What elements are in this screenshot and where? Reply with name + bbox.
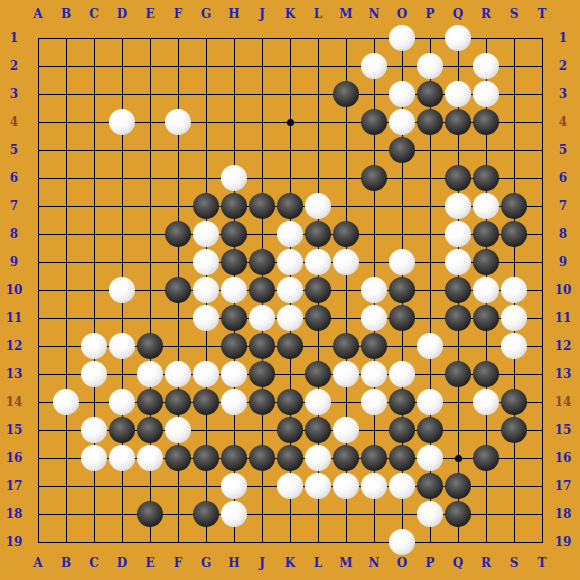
white-stone-l17[interactable] xyxy=(305,473,331,499)
intersection-p5[interactable] xyxy=(416,136,444,164)
intersection-b18[interactable] xyxy=(52,500,80,528)
intersection-j3[interactable] xyxy=(248,80,276,108)
intersection-g19[interactable] xyxy=(192,528,220,556)
white-stone-h14[interactable] xyxy=(221,389,247,415)
white-stone-n11[interactable] xyxy=(361,305,387,331)
intersection-j5[interactable] xyxy=(248,136,276,164)
intersection-h1[interactable] xyxy=(220,24,248,52)
white-stone-o1[interactable] xyxy=(389,25,415,51)
intersection-f7[interactable] xyxy=(164,192,192,220)
black-stone-n6[interactable] xyxy=(361,165,387,191)
black-stone-n12[interactable] xyxy=(361,333,387,359)
intersection-f18[interactable] xyxy=(164,500,192,528)
intersection-n9[interactable] xyxy=(360,248,388,276)
black-stone-q13[interactable] xyxy=(445,361,471,387)
black-stone-o15[interactable] xyxy=(389,417,415,443)
intersection-p19[interactable] xyxy=(416,528,444,556)
intersection-m7[interactable] xyxy=(332,192,360,220)
intersection-r18[interactable] xyxy=(472,500,500,528)
intersection-d11[interactable] xyxy=(108,304,136,332)
white-stone-e16[interactable] xyxy=(137,445,163,471)
white-stone-q1[interactable] xyxy=(445,25,471,51)
intersection-f2[interactable] xyxy=(164,52,192,80)
intersection-g12[interactable] xyxy=(192,332,220,360)
intersection-a19[interactable] xyxy=(24,528,52,556)
intersection-c11[interactable] xyxy=(80,304,108,332)
white-stone-l14[interactable] xyxy=(305,389,331,415)
black-stone-s15[interactable] xyxy=(501,417,527,443)
intersection-d13[interactable] xyxy=(108,360,136,388)
black-stone-e18[interactable] xyxy=(137,501,163,527)
intersection-b1[interactable] xyxy=(52,24,80,52)
white-stone-k8[interactable] xyxy=(277,221,303,247)
white-stone-e13[interactable] xyxy=(137,361,163,387)
intersection-k3[interactable] xyxy=(276,80,304,108)
intersection-c19[interactable] xyxy=(80,528,108,556)
black-stone-q6[interactable] xyxy=(445,165,471,191)
intersection-c10[interactable] xyxy=(80,276,108,304)
intersection-f9[interactable] xyxy=(164,248,192,276)
intersection-q14[interactable] xyxy=(444,388,472,416)
white-stone-d4[interactable] xyxy=(109,109,135,135)
intersection-l6[interactable] xyxy=(304,164,332,192)
intersection-q12[interactable] xyxy=(444,332,472,360)
intersection-a5[interactable] xyxy=(24,136,52,164)
intersection-c3[interactable] xyxy=(80,80,108,108)
intersection-e9[interactable] xyxy=(136,248,164,276)
intersection-p11[interactable] xyxy=(416,304,444,332)
intersection-s17[interactable] xyxy=(500,472,528,500)
black-stone-j12[interactable] xyxy=(249,333,275,359)
intersection-a7[interactable] xyxy=(24,192,52,220)
white-stone-s10[interactable] xyxy=(501,277,527,303)
intersection-n7[interactable] xyxy=(360,192,388,220)
black-stone-p4[interactable] xyxy=(417,109,443,135)
black-stone-m12[interactable] xyxy=(333,333,359,359)
intersection-j6[interactable] xyxy=(248,164,276,192)
black-stone-f14[interactable] xyxy=(165,389,191,415)
intersection-q19[interactable] xyxy=(444,528,472,556)
intersection-r19[interactable] xyxy=(472,528,500,556)
intersection-s16[interactable] xyxy=(500,444,528,472)
white-stone-d14[interactable] xyxy=(109,389,135,415)
intersection-f12[interactable] xyxy=(164,332,192,360)
intersection-a9[interactable] xyxy=(24,248,52,276)
intersection-k6[interactable] xyxy=(276,164,304,192)
white-stone-f13[interactable] xyxy=(165,361,191,387)
intersection-c9[interactable] xyxy=(80,248,108,276)
black-stone-l10[interactable] xyxy=(305,277,331,303)
intersection-j4[interactable] xyxy=(248,108,276,136)
intersection-d2[interactable] xyxy=(108,52,136,80)
white-stone-m9[interactable] xyxy=(333,249,359,275)
intersection-n15[interactable] xyxy=(360,416,388,444)
white-stone-o19[interactable] xyxy=(389,529,415,555)
intersection-b13[interactable] xyxy=(52,360,80,388)
intersection-g15[interactable] xyxy=(192,416,220,444)
intersection-o6[interactable] xyxy=(388,164,416,192)
white-stone-p12[interactable] xyxy=(417,333,443,359)
black-stone-d15[interactable] xyxy=(109,417,135,443)
white-stone-g9[interactable] xyxy=(193,249,219,275)
intersection-b9[interactable] xyxy=(52,248,80,276)
intersection-b16[interactable] xyxy=(52,444,80,472)
intersection-m1[interactable] xyxy=(332,24,360,52)
white-stone-s11[interactable] xyxy=(501,305,527,331)
white-stone-k10[interactable] xyxy=(277,277,303,303)
white-stone-r14[interactable] xyxy=(473,389,499,415)
white-stone-l9[interactable] xyxy=(305,249,331,275)
white-stone-m17[interactable] xyxy=(333,473,359,499)
black-stone-o5[interactable] xyxy=(389,137,415,163)
black-stone-l8[interactable] xyxy=(305,221,331,247)
intersection-d17[interactable] xyxy=(108,472,136,500)
intersection-d5[interactable] xyxy=(108,136,136,164)
intersection-t2[interactable] xyxy=(528,52,556,80)
intersection-s6[interactable] xyxy=(500,164,528,192)
intersection-p1[interactable] xyxy=(416,24,444,52)
black-stone-o11[interactable] xyxy=(389,305,415,331)
black-stone-h7[interactable] xyxy=(221,193,247,219)
intersection-a11[interactable] xyxy=(24,304,52,332)
black-stone-s8[interactable] xyxy=(501,221,527,247)
intersection-t15[interactable] xyxy=(528,416,556,444)
black-stone-o14[interactable] xyxy=(389,389,415,415)
intersection-j19[interactable] xyxy=(248,528,276,556)
black-stone-r9[interactable] xyxy=(473,249,499,275)
intersection-a10[interactable] xyxy=(24,276,52,304)
intersection-k4[interactable] xyxy=(276,108,304,136)
black-stone-h16[interactable] xyxy=(221,445,247,471)
intersection-c1[interactable] xyxy=(80,24,108,52)
white-stone-f4[interactable] xyxy=(165,109,191,135)
black-stone-j7[interactable] xyxy=(249,193,275,219)
white-stone-k11[interactable] xyxy=(277,305,303,331)
intersection-r15[interactable] xyxy=(472,416,500,444)
intersection-b8[interactable] xyxy=(52,220,80,248)
intersection-m11[interactable] xyxy=(332,304,360,332)
black-stone-p3[interactable] xyxy=(417,81,443,107)
intersection-l3[interactable] xyxy=(304,80,332,108)
intersection-o8[interactable] xyxy=(388,220,416,248)
intersection-d1[interactable] xyxy=(108,24,136,52)
intersection-t9[interactable] xyxy=(528,248,556,276)
intersection-b2[interactable] xyxy=(52,52,80,80)
intersection-j8[interactable] xyxy=(248,220,276,248)
intersection-h2[interactable] xyxy=(220,52,248,80)
intersection-m6[interactable] xyxy=(332,164,360,192)
intersection-f6[interactable] xyxy=(164,164,192,192)
intersection-b17[interactable] xyxy=(52,472,80,500)
intersection-r12[interactable] xyxy=(472,332,500,360)
black-stone-q18[interactable] xyxy=(445,501,471,527)
white-stone-p14[interactable] xyxy=(417,389,443,415)
intersection-t6[interactable] xyxy=(528,164,556,192)
intersection-t19[interactable] xyxy=(528,528,556,556)
intersection-o18[interactable] xyxy=(388,500,416,528)
intersection-t13[interactable] xyxy=(528,360,556,388)
white-stone-d12[interactable] xyxy=(109,333,135,359)
intersection-d18[interactable] xyxy=(108,500,136,528)
white-stone-q9[interactable] xyxy=(445,249,471,275)
intersection-c2[interactable] xyxy=(80,52,108,80)
intersection-l1[interactable] xyxy=(304,24,332,52)
intersection-q16[interactable] xyxy=(444,444,472,472)
intersection-p13[interactable] xyxy=(416,360,444,388)
intersection-t11[interactable] xyxy=(528,304,556,332)
intersection-b3[interactable] xyxy=(52,80,80,108)
black-stone-q10[interactable] xyxy=(445,277,471,303)
white-stone-o3[interactable] xyxy=(389,81,415,107)
black-stone-e15[interactable] xyxy=(137,417,163,443)
intersection-g5[interactable] xyxy=(192,136,220,164)
intersection-r5[interactable] xyxy=(472,136,500,164)
intersection-e2[interactable] xyxy=(136,52,164,80)
black-stone-r16[interactable] xyxy=(473,445,499,471)
intersection-e5[interactable] xyxy=(136,136,164,164)
black-stone-h12[interactable] xyxy=(221,333,247,359)
black-stone-n4[interactable] xyxy=(361,109,387,135)
black-stone-r4[interactable] xyxy=(473,109,499,135)
intersection-d6[interactable] xyxy=(108,164,136,192)
white-stone-d10[interactable] xyxy=(109,277,135,303)
intersection-t3[interactable] xyxy=(528,80,556,108)
white-stone-s12[interactable] xyxy=(501,333,527,359)
intersection-f11[interactable] xyxy=(164,304,192,332)
black-stone-h9[interactable] xyxy=(221,249,247,275)
white-stone-n17[interactable] xyxy=(361,473,387,499)
intersection-m5[interactable] xyxy=(332,136,360,164)
intersection-b5[interactable] xyxy=(52,136,80,164)
white-stone-h18[interactable] xyxy=(221,501,247,527)
intersection-s9[interactable] xyxy=(500,248,528,276)
white-stone-b14[interactable] xyxy=(53,389,79,415)
white-stone-g10[interactable] xyxy=(193,277,219,303)
intersection-t10[interactable] xyxy=(528,276,556,304)
intersection-a15[interactable] xyxy=(24,416,52,444)
intersection-l19[interactable] xyxy=(304,528,332,556)
white-stone-l16[interactable] xyxy=(305,445,331,471)
black-stone-j14[interactable] xyxy=(249,389,275,415)
intersection-j15[interactable] xyxy=(248,416,276,444)
white-stone-c13[interactable] xyxy=(81,361,107,387)
intersection-e11[interactable] xyxy=(136,304,164,332)
intersection-t14[interactable] xyxy=(528,388,556,416)
black-stone-k7[interactable] xyxy=(277,193,303,219)
intersection-d9[interactable] xyxy=(108,248,136,276)
intersection-c4[interactable] xyxy=(80,108,108,136)
black-stone-o10[interactable] xyxy=(389,277,415,303)
intersection-f1[interactable] xyxy=(164,24,192,52)
white-stone-p16[interactable] xyxy=(417,445,443,471)
intersection-m4[interactable] xyxy=(332,108,360,136)
intersection-k5[interactable] xyxy=(276,136,304,164)
black-stone-j10[interactable] xyxy=(249,277,275,303)
intersection-e3[interactable] xyxy=(136,80,164,108)
white-stone-l7[interactable] xyxy=(305,193,331,219)
white-stone-r10[interactable] xyxy=(473,277,499,303)
intersection-h15[interactable] xyxy=(220,416,248,444)
intersection-m10[interactable] xyxy=(332,276,360,304)
intersection-m18[interactable] xyxy=(332,500,360,528)
intersection-f3[interactable] xyxy=(164,80,192,108)
intersection-l12[interactable] xyxy=(304,332,332,360)
white-stone-d16[interactable] xyxy=(109,445,135,471)
intersection-k13[interactable] xyxy=(276,360,304,388)
intersection-s19[interactable] xyxy=(500,528,528,556)
white-stone-c12[interactable] xyxy=(81,333,107,359)
intersection-h3[interactable] xyxy=(220,80,248,108)
intersection-a6[interactable] xyxy=(24,164,52,192)
white-stone-o17[interactable] xyxy=(389,473,415,499)
intersection-f19[interactable] xyxy=(164,528,192,556)
intersection-s3[interactable] xyxy=(500,80,528,108)
intersection-l18[interactable] xyxy=(304,500,332,528)
black-stone-k16[interactable] xyxy=(277,445,303,471)
intersection-n5[interactable] xyxy=(360,136,388,164)
intersection-m14[interactable] xyxy=(332,388,360,416)
black-stone-r6[interactable] xyxy=(473,165,499,191)
intersection-e7[interactable] xyxy=(136,192,164,220)
black-stone-s14[interactable] xyxy=(501,389,527,415)
intersection-k18[interactable] xyxy=(276,500,304,528)
black-stone-j9[interactable] xyxy=(249,249,275,275)
intersection-j2[interactable] xyxy=(248,52,276,80)
black-stone-s7[interactable] xyxy=(501,193,527,219)
black-stone-q11[interactable] xyxy=(445,305,471,331)
intersection-l4[interactable] xyxy=(304,108,332,136)
intersection-c14[interactable] xyxy=(80,388,108,416)
intersection-t18[interactable] xyxy=(528,500,556,528)
intersection-g1[interactable] xyxy=(192,24,220,52)
black-stone-k14[interactable] xyxy=(277,389,303,415)
black-stone-r13[interactable] xyxy=(473,361,499,387)
white-stone-m15[interactable] xyxy=(333,417,359,443)
intersection-c5[interactable] xyxy=(80,136,108,164)
intersection-t7[interactable] xyxy=(528,192,556,220)
intersection-h4[interactable] xyxy=(220,108,248,136)
intersection-s5[interactable] xyxy=(500,136,528,164)
black-stone-r8[interactable] xyxy=(473,221,499,247)
white-stone-g8[interactable] xyxy=(193,221,219,247)
black-stone-p17[interactable] xyxy=(417,473,443,499)
black-stone-k12[interactable] xyxy=(277,333,303,359)
white-stone-h10[interactable] xyxy=(221,277,247,303)
black-stone-j16[interactable] xyxy=(249,445,275,471)
white-stone-n2[interactable] xyxy=(361,53,387,79)
white-stone-h13[interactable] xyxy=(221,361,247,387)
intersection-r17[interactable] xyxy=(472,472,500,500)
intersection-a16[interactable] xyxy=(24,444,52,472)
intersection-j1[interactable] xyxy=(248,24,276,52)
intersection-e6[interactable] xyxy=(136,164,164,192)
black-stone-q4[interactable] xyxy=(445,109,471,135)
white-stone-c15[interactable] xyxy=(81,417,107,443)
intersection-g6[interactable] xyxy=(192,164,220,192)
intersection-a3[interactable] xyxy=(24,80,52,108)
white-stone-r2[interactable] xyxy=(473,53,499,79)
intersection-t16[interactable] xyxy=(528,444,556,472)
black-stone-j13[interactable] xyxy=(249,361,275,387)
black-stone-m16[interactable] xyxy=(333,445,359,471)
white-stone-n10[interactable] xyxy=(361,277,387,303)
white-stone-h17[interactable] xyxy=(221,473,247,499)
intersection-b6[interactable] xyxy=(52,164,80,192)
intersection-l5[interactable] xyxy=(304,136,332,164)
black-stone-k15[interactable] xyxy=(277,417,303,443)
intersection-a8[interactable] xyxy=(24,220,52,248)
intersection-h5[interactable] xyxy=(220,136,248,164)
intersection-n19[interactable] xyxy=(360,528,388,556)
black-stone-m8[interactable] xyxy=(333,221,359,247)
intersection-o7[interactable] xyxy=(388,192,416,220)
intersection-q15[interactable] xyxy=(444,416,472,444)
intersection-a14[interactable] xyxy=(24,388,52,416)
intersection-t17[interactable] xyxy=(528,472,556,500)
intersection-r1[interactable] xyxy=(472,24,500,52)
intersection-b12[interactable] xyxy=(52,332,80,360)
white-stone-o4[interactable] xyxy=(389,109,415,135)
black-stone-n16[interactable] xyxy=(361,445,387,471)
intersection-c8[interactable] xyxy=(80,220,108,248)
intersection-p10[interactable] xyxy=(416,276,444,304)
intersection-a18[interactable] xyxy=(24,500,52,528)
black-stone-e14[interactable] xyxy=(137,389,163,415)
intersection-l2[interactable] xyxy=(304,52,332,80)
intersection-s13[interactable] xyxy=(500,360,528,388)
intersection-k1[interactable] xyxy=(276,24,304,52)
white-stone-m13[interactable] xyxy=(333,361,359,387)
white-stone-h6[interactable] xyxy=(221,165,247,191)
intersection-b15[interactable] xyxy=(52,416,80,444)
black-stone-l13[interactable] xyxy=(305,361,331,387)
white-stone-f15[interactable] xyxy=(165,417,191,443)
intersection-m2[interactable] xyxy=(332,52,360,80)
black-stone-f8[interactable] xyxy=(165,221,191,247)
intersection-d7[interactable] xyxy=(108,192,136,220)
intersection-t1[interactable] xyxy=(528,24,556,52)
black-stone-h11[interactable] xyxy=(221,305,247,331)
white-stone-n13[interactable] xyxy=(361,361,387,387)
intersection-n8[interactable] xyxy=(360,220,388,248)
intersection-d8[interactable] xyxy=(108,220,136,248)
intersection-j17[interactable] xyxy=(248,472,276,500)
black-stone-l15[interactable] xyxy=(305,417,331,443)
intersection-e8[interactable] xyxy=(136,220,164,248)
intersection-b4[interactable] xyxy=(52,108,80,136)
intersection-o2[interactable] xyxy=(388,52,416,80)
intersection-e4[interactable] xyxy=(136,108,164,136)
white-stone-g11[interactable] xyxy=(193,305,219,331)
black-stone-h8[interactable] xyxy=(221,221,247,247)
white-stone-p18[interactable] xyxy=(417,501,443,527)
intersection-g4[interactable] xyxy=(192,108,220,136)
intersection-p9[interactable] xyxy=(416,248,444,276)
intersection-t8[interactable] xyxy=(528,220,556,248)
intersection-j18[interactable] xyxy=(248,500,276,528)
intersection-c17[interactable] xyxy=(80,472,108,500)
black-stone-p15[interactable] xyxy=(417,417,443,443)
intersection-a17[interactable] xyxy=(24,472,52,500)
intersection-n1[interactable] xyxy=(360,24,388,52)
white-stone-r7[interactable] xyxy=(473,193,499,219)
intersection-a2[interactable] xyxy=(24,52,52,80)
intersection-p8[interactable] xyxy=(416,220,444,248)
white-stone-q3[interactable] xyxy=(445,81,471,107)
intersection-p6[interactable] xyxy=(416,164,444,192)
intersection-c6[interactable] xyxy=(80,164,108,192)
intersection-a1[interactable] xyxy=(24,24,52,52)
